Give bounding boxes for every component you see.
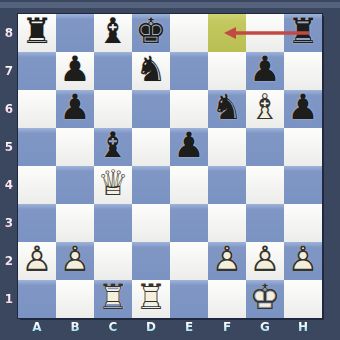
file-label-e: E (170, 318, 208, 335)
square-b3[interactable] (56, 204, 94, 242)
square-e6[interactable] (170, 90, 208, 128)
file-label-d: D (132, 318, 170, 335)
square-h1[interactable] (284, 280, 322, 318)
file-labels: ABCDEFGH (18, 318, 322, 335)
square-b1[interactable] (56, 280, 94, 318)
square-b6[interactable]: ♟ (56, 90, 94, 128)
square-b2[interactable]: ♟♙ (56, 242, 94, 280)
rank-label-8: 8 (0, 14, 18, 52)
square-c6[interactable] (94, 90, 132, 128)
square-c4[interactable]: ♛♕ (94, 166, 132, 204)
square-b5[interactable] (56, 128, 94, 166)
square-d4[interactable] (132, 166, 170, 204)
square-b7[interactable]: ♟ (56, 52, 94, 90)
white-queen[interactable]: ♛♕ (94, 166, 132, 204)
square-g7[interactable]: ♟ (246, 52, 284, 90)
black-pawn[interactable]: ♟ (56, 52, 94, 90)
square-f1[interactable] (208, 280, 246, 318)
white-rook[interactable]: ♜♖ (132, 280, 170, 318)
square-a3[interactable] (18, 204, 56, 242)
square-f7[interactable] (208, 52, 246, 90)
file-label-f: F (208, 318, 246, 335)
square-g2[interactable]: ♟♙ (246, 242, 284, 280)
file-label-a: A (18, 318, 56, 335)
square-b4[interactable] (56, 166, 94, 204)
square-h2[interactable]: ♟♙ (284, 242, 322, 280)
square-f4[interactable] (208, 166, 246, 204)
square-h3[interactable] (284, 204, 322, 242)
file-label-g: G (246, 318, 284, 335)
square-d1[interactable]: ♜♖ (132, 280, 170, 318)
square-d5[interactable] (132, 128, 170, 166)
file-label-h: H (284, 318, 322, 335)
square-g1[interactable]: ♚♔ (246, 280, 284, 318)
square-a8[interactable]: ♜ (18, 14, 56, 52)
square-f5[interactable] (208, 128, 246, 166)
white-pawn[interactable]: ♟♙ (208, 242, 246, 280)
rank-label-7: 7 (0, 52, 18, 90)
black-bishop[interactable]: ♝ (94, 128, 132, 166)
square-e3[interactable] (170, 204, 208, 242)
black-bishop[interactable]: ♝ (94, 14, 132, 52)
black-pawn[interactable]: ♟ (284, 90, 322, 128)
chess-diagram: 87654321 ♜♝♚♜♟♞♟♟♞♝♗♟♝♟♛♕♟♙♟♙♟♙♟♙♟♙♜♖♜♖♚… (0, 0, 340, 340)
square-e8[interactable] (170, 14, 208, 52)
square-e7[interactable] (170, 52, 208, 90)
chess-board: ♜♝♚♜♟♞♟♟♞♝♗♟♝♟♛♕♟♙♟♙♟♙♟♙♟♙♜♖♜♖♚♔ (18, 14, 322, 318)
rank-label-2: 2 (0, 242, 18, 280)
square-h8[interactable]: ♜ (284, 14, 322, 52)
white-pawn[interactable]: ♟♙ (56, 242, 94, 280)
square-f2[interactable]: ♟♙ (208, 242, 246, 280)
rank-label-1: 1 (0, 280, 18, 318)
square-h7[interactable] (284, 52, 322, 90)
square-h6[interactable]: ♟ (284, 90, 322, 128)
square-d6[interactable] (132, 90, 170, 128)
black-king[interactable]: ♚ (132, 14, 170, 52)
rank-label-6: 6 (0, 90, 18, 128)
square-c2[interactable] (94, 242, 132, 280)
black-pawn[interactable]: ♟ (246, 52, 284, 90)
square-e1[interactable] (170, 280, 208, 318)
square-e2[interactable] (170, 242, 208, 280)
white-pawn[interactable]: ♟♙ (18, 242, 56, 280)
square-a7[interactable] (18, 52, 56, 90)
square-c7[interactable] (94, 52, 132, 90)
square-a6[interactable] (18, 90, 56, 128)
square-a5[interactable] (18, 128, 56, 166)
white-pawn[interactable]: ♟♙ (246, 242, 284, 280)
square-g6[interactable]: ♝♗ (246, 90, 284, 128)
square-f3[interactable] (208, 204, 246, 242)
rank-label-5: 5 (0, 128, 18, 166)
white-bishop[interactable]: ♝♗ (246, 90, 284, 128)
black-pawn[interactable]: ♟ (56, 90, 94, 128)
square-h5[interactable] (284, 128, 322, 166)
square-d3[interactable] (132, 204, 170, 242)
square-g8[interactable] (246, 14, 284, 52)
black-pawn[interactable]: ♟ (170, 128, 208, 166)
square-e5[interactable]: ♟ (170, 128, 208, 166)
square-a2[interactable]: ♟♙ (18, 242, 56, 280)
square-d8[interactable]: ♚ (132, 14, 170, 52)
square-g3[interactable] (246, 204, 284, 242)
rank-label-3: 3 (0, 204, 18, 242)
square-c8[interactable]: ♝ (94, 14, 132, 52)
square-g5[interactable] (246, 128, 284, 166)
square-e4[interactable] (170, 166, 208, 204)
square-f6[interactable]: ♞ (208, 90, 246, 128)
white-pawn[interactable]: ♟♙ (284, 242, 322, 280)
square-a1[interactable] (18, 280, 56, 318)
file-label-b: B (56, 318, 94, 335)
white-king[interactable]: ♚♔ (246, 280, 284, 318)
white-rook[interactable]: ♜♖ (94, 280, 132, 318)
square-c3[interactable] (94, 204, 132, 242)
square-d7[interactable]: ♞ (132, 52, 170, 90)
rank-label-4: 4 (0, 166, 18, 204)
file-label-c: C (94, 318, 132, 335)
black-knight[interactable]: ♞ (132, 52, 170, 90)
black-rook[interactable]: ♜ (284, 14, 322, 52)
square-f8[interactable] (208, 14, 246, 52)
square-a4[interactable] (18, 166, 56, 204)
rank-labels: 87654321 (0, 14, 18, 318)
square-h4[interactable] (284, 166, 322, 204)
square-g4[interactable] (246, 166, 284, 204)
square-b8[interactable] (56, 14, 94, 52)
square-d2[interactable] (132, 242, 170, 280)
black-knight[interactable]: ♞ (208, 90, 246, 128)
square-c5[interactable]: ♝ (94, 128, 132, 166)
black-rook[interactable]: ♜ (18, 14, 56, 52)
square-c1[interactable]: ♜♖ (94, 280, 132, 318)
